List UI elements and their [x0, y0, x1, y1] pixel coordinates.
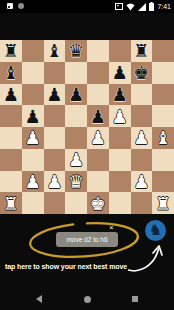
black-king: ♚ [133, 62, 149, 83]
image-icon [115, 3, 123, 10]
square-d5[interactable] [65, 105, 87, 127]
square-b8[interactable] [22, 40, 44, 62]
square-g6[interactable] [131, 84, 153, 106]
square-e1[interactable]: ♚ [87, 192, 109, 214]
square-a5[interactable] [0, 105, 22, 127]
square-d7[interactable] [65, 62, 87, 84]
square-d1[interactable] [65, 192, 87, 214]
black-queen: ♛ [68, 40, 84, 61]
square-c5[interactable] [44, 105, 66, 127]
square-f5[interactable]: ♟ [109, 105, 131, 127]
white-king: ♚ [90, 193, 106, 214]
square-b1[interactable] [22, 192, 44, 214]
square-b7[interactable] [22, 62, 44, 84]
black-pawn: ♟ [68, 84, 84, 105]
square-a2[interactable] [0, 171, 22, 193]
close-icon[interactable]: × [109, 224, 114, 232]
square-a6[interactable]: ♟ [0, 84, 22, 106]
square-g5[interactable] [131, 105, 153, 127]
square-b5[interactable]: ♟ [22, 105, 44, 127]
back-button-icon[interactable] [36, 295, 42, 303]
square-g7[interactable]: ♚ [131, 62, 153, 84]
recents-button-icon[interactable] [132, 296, 138, 302]
square-a3[interactable] [0, 149, 22, 171]
square-h5[interactable] [152, 105, 174, 127]
square-e4[interactable]: ♟ [87, 127, 109, 149]
square-d3[interactable]: ♟ [65, 149, 87, 171]
square-h7[interactable] [152, 62, 174, 84]
white-queen: ♛ [68, 171, 84, 192]
chess-board[interactable]: ♜♝♛♜♝♟♚♟♟♟♟♟♟♟♟♟♟♝♟♟♟♛♟♜♚♜ [0, 40, 174, 214]
white-pawn: ♟ [133, 171, 149, 192]
home-button-icon[interactable] [84, 296, 91, 303]
square-a1[interactable]: ♜ [0, 192, 22, 214]
square-e3[interactable] [87, 149, 109, 171]
notification-dot-icon [18, 3, 24, 9]
square-d8[interactable]: ♛ [65, 40, 87, 62]
knight-icon: ♞ [149, 220, 162, 241]
square-g8[interactable]: ♜ [131, 40, 153, 62]
square-g3[interactable] [131, 149, 153, 171]
android-nav-bar [0, 288, 174, 310]
black-pawn: ♟ [90, 106, 106, 127]
square-c7[interactable] [44, 62, 66, 84]
signal-icon [138, 3, 146, 11]
square-g2[interactable]: ♟ [131, 171, 153, 193]
square-f6[interactable]: ♟ [109, 84, 131, 106]
square-e8[interactable] [87, 40, 109, 62]
wifi-icon [126, 3, 135, 11]
white-pawn: ♟ [68, 149, 84, 170]
square-f1[interactable] [109, 192, 131, 214]
black-bishop: ♝ [3, 62, 19, 83]
square-f3[interactable] [109, 149, 131, 171]
square-c3[interactable] [44, 149, 66, 171]
square-d2[interactable]: ♛ [65, 171, 87, 193]
black-bishop: ♝ [46, 40, 62, 61]
square-b4[interactable]: ♟ [22, 127, 44, 149]
hint-move-text: move d2 to h6 [66, 236, 107, 243]
square-a8[interactable]: ♜ [0, 40, 22, 62]
square-h2[interactable] [152, 171, 174, 193]
white-bishop: ♝ [155, 127, 171, 148]
hint-tooltip[interactable]: move d2 to h6 [56, 232, 118, 247]
black-pawn: ♟ [112, 84, 128, 105]
black-pawn: ♟ [25, 106, 41, 127]
hint-caption: tap here to show your next best move [5, 263, 137, 270]
square-b3[interactable] [22, 149, 44, 171]
square-h1[interactable]: ♜ [152, 192, 174, 214]
square-f7[interactable]: ♟ [109, 62, 131, 84]
square-c8[interactable]: ♝ [44, 40, 66, 62]
square-f8[interactable] [109, 40, 131, 62]
white-pawn: ♟ [90, 127, 106, 148]
square-h3[interactable] [152, 149, 174, 171]
white-pawn: ♟ [25, 127, 41, 148]
square-h6[interactable] [152, 84, 174, 106]
square-e5[interactable]: ♟ [87, 105, 109, 127]
square-g4[interactable]: ♟ [131, 127, 153, 149]
black-rook: ♜ [133, 40, 149, 61]
white-rook: ♜ [3, 193, 19, 214]
app-screen: 7:41 ♜♝♛♜♝♟♚♟♟♟♟♟♟♟♟♟♟♝♟♟♟♛♟♜♚♜ move d2 … [0, 0, 174, 310]
black-rook: ♜ [3, 40, 19, 61]
square-f2[interactable] [109, 171, 131, 193]
white-rook: ♜ [155, 193, 171, 214]
white-pawn: ♟ [133, 127, 149, 148]
screenshot-notification-icon [7, 3, 13, 9]
square-c1[interactable] [44, 192, 66, 214]
square-h8[interactable] [152, 40, 174, 62]
pointer-arrow [128, 240, 170, 278]
square-b2[interactable]: ♟ [22, 171, 44, 193]
battery-icon [149, 2, 154, 11]
square-c2[interactable]: ♟ [44, 171, 66, 193]
square-e2[interactable] [87, 171, 109, 193]
black-pawn: ♟ [112, 62, 128, 83]
square-d6[interactable]: ♟ [65, 84, 87, 106]
clock: 7:41 [157, 2, 171, 11]
square-a4[interactable] [0, 127, 22, 149]
square-c6[interactable]: ♟ [44, 84, 66, 106]
white-pawn: ♟ [25, 171, 41, 192]
square-g1[interactable] [131, 192, 153, 214]
hint-knight-button[interactable]: ♞ [145, 220, 166, 241]
status-bar: 7:41 [0, 0, 174, 13]
square-a7[interactable]: ♝ [0, 62, 22, 84]
square-f4[interactable] [109, 127, 131, 149]
square-e7[interactable] [87, 62, 109, 84]
square-d4[interactable] [65, 127, 87, 149]
square-e6[interactable] [87, 84, 109, 106]
black-pawn: ♟ [3, 84, 19, 105]
square-h4[interactable]: ♝ [152, 127, 174, 149]
white-pawn: ♟ [46, 171, 62, 192]
square-b6[interactable] [22, 84, 44, 106]
black-pawn: ♟ [46, 84, 62, 105]
square-c4[interactable] [44, 127, 66, 149]
white-pawn: ♟ [112, 106, 128, 127]
